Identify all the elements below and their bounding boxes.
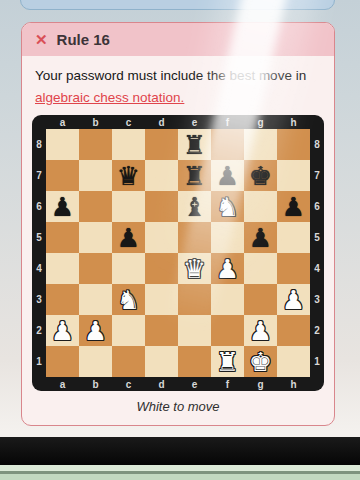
square-c1 — [112, 346, 145, 377]
square-d7 — [145, 160, 178, 191]
square-d5 — [145, 222, 178, 253]
rank-label-3: 3 — [310, 284, 324, 315]
laptop-edge-lower — [0, 474, 360, 480]
square-g2: ♟ — [244, 315, 277, 346]
file-label-f: f — [211, 115, 244, 129]
piece-black-king-g7: ♚ — [249, 163, 272, 189]
file-label-b: b — [79, 377, 112, 391]
square-g6 — [244, 191, 277, 222]
square-a5 — [46, 222, 79, 253]
square-h1 — [277, 346, 310, 377]
square-a7 — [46, 160, 79, 191]
piece-white-pawn-a2: ♟ — [51, 318, 74, 344]
square-h7 — [277, 160, 310, 191]
square-g4 — [244, 253, 277, 284]
rank-label-3: 3 — [32, 284, 46, 315]
previous-rule-card — [20, 0, 335, 10]
square-f5 — [211, 222, 244, 253]
board-border-corner — [32, 377, 46, 391]
rank-label-8: 8 — [310, 129, 324, 160]
rank-label-7: 7 — [310, 160, 324, 191]
board-border-corner — [310, 115, 324, 129]
square-e8: ♜ — [178, 129, 211, 160]
square-e2 — [178, 315, 211, 346]
file-label-c: c — [112, 377, 145, 391]
side-to-move-caption: White to move — [32, 399, 324, 414]
square-f1: ♜ — [211, 346, 244, 377]
square-b4 — [79, 253, 112, 284]
file-label-b: b — [79, 115, 112, 129]
square-d8 — [145, 129, 178, 160]
square-e5 — [178, 222, 211, 253]
rank-label-4: 4 — [310, 253, 324, 284]
piece-white-knight-f6: ♞ — [216, 194, 239, 220]
algebraic-chess-notation-link[interactable]: algebraic chess notation. — [35, 90, 184, 105]
piece-black-rook-e8: ♜ — [183, 132, 206, 158]
square-g7: ♚ — [244, 160, 277, 191]
rank-label-5: 5 — [32, 222, 46, 253]
square-b6 — [79, 191, 112, 222]
square-b3 — [79, 284, 112, 315]
square-h8 — [277, 129, 310, 160]
square-d6 — [145, 191, 178, 222]
piece-white-pawn-g2: ♟ — [249, 318, 272, 344]
file-label-a: a — [46, 115, 79, 129]
rank-label-1: 1 — [310, 346, 324, 377]
rank-label-8: 8 — [32, 129, 46, 160]
square-a4 — [46, 253, 79, 284]
file-label-e: e — [178, 115, 211, 129]
square-h6: ♟ — [277, 191, 310, 222]
square-c5: ♟ — [112, 222, 145, 253]
file-label-d: d — [145, 377, 178, 391]
square-b5 — [79, 222, 112, 253]
square-f2 — [211, 315, 244, 346]
square-e1 — [178, 346, 211, 377]
square-b7 — [79, 160, 112, 191]
file-label-h: h — [277, 115, 310, 129]
board-border-corner — [32, 115, 46, 129]
square-e6: ♝ — [178, 191, 211, 222]
square-b1 — [79, 346, 112, 377]
file-label-a: a — [46, 377, 79, 391]
square-g1: ♚ — [244, 346, 277, 377]
piece-white-king-g1: ♚ — [249, 349, 272, 375]
piece-white-pawn-f4: ♟ — [216, 256, 239, 282]
square-f4: ♟ — [211, 253, 244, 284]
square-h5 — [277, 222, 310, 253]
square-d2 — [145, 315, 178, 346]
square-e4: ♛ — [178, 253, 211, 284]
rule-title: Rule 16 — [57, 31, 110, 48]
piece-black-pawn-g5: ♟ — [249, 225, 272, 251]
piece-white-knight-c3: ♞ — [117, 287, 140, 313]
piece-black-pawn-f7: ♟ — [216, 163, 239, 189]
square-h4 — [277, 253, 310, 284]
rule-failed-x-icon: ✕ — [35, 32, 48, 47]
rule-text: Your password must include the best move… — [35, 65, 321, 108]
square-c2 — [112, 315, 145, 346]
piece-black-rook-e7: ♜ — [183, 163, 206, 189]
square-g8 — [244, 129, 277, 160]
file-label-h: h — [277, 377, 310, 391]
rank-label-2: 2 — [310, 315, 324, 346]
rank-label-2: 2 — [32, 315, 46, 346]
square-c7: ♛ — [112, 160, 145, 191]
square-f3 — [211, 284, 244, 315]
rank-label-5: 5 — [310, 222, 324, 253]
square-d4 — [145, 253, 178, 284]
square-h2 — [277, 315, 310, 346]
piece-black-pawn-c5: ♟ — [117, 225, 140, 251]
square-f7: ♟ — [211, 160, 244, 191]
square-c3: ♞ — [112, 284, 145, 315]
rank-label-6: 6 — [310, 191, 324, 222]
square-c4 — [112, 253, 145, 284]
piece-white-pawn-b2: ♟ — [84, 318, 107, 344]
square-a8 — [46, 129, 79, 160]
square-d3 — [145, 284, 178, 315]
square-c8 — [112, 129, 145, 160]
square-b2: ♟ — [79, 315, 112, 346]
square-h3: ♟ — [277, 284, 310, 315]
square-a2: ♟ — [46, 315, 79, 346]
piece-white-pawn-h3: ♟ — [282, 287, 305, 313]
password-game-page: ✕ Rule 16 Your password must include the… — [0, 0, 360, 480]
rank-label-6: 6 — [32, 191, 46, 222]
piece-white-queen-e4: ♛ — [183, 256, 206, 282]
rule-body: Your password must include the best move… — [22, 56, 334, 414]
piece-black-pawn-a6: ♟ — [51, 194, 74, 220]
piece-white-rook-f1: ♜ — [216, 349, 239, 375]
square-a3 — [46, 284, 79, 315]
rank-label-1: 1 — [32, 346, 46, 377]
rank-label-4: 4 — [32, 253, 46, 284]
rule-header: ✕ Rule 16 — [22, 23, 334, 56]
file-label-e: e — [178, 377, 211, 391]
file-label-d: d — [145, 115, 178, 129]
square-d1 — [145, 346, 178, 377]
square-g5: ♟ — [244, 222, 277, 253]
square-e3 — [178, 284, 211, 315]
square-f8 — [211, 129, 244, 160]
rule-card: ✕ Rule 16 Your password must include the… — [21, 22, 335, 426]
piece-black-pawn-h6: ♟ — [282, 194, 305, 220]
board-border-corner — [310, 377, 324, 391]
file-label-g: g — [244, 377, 277, 391]
square-g3 — [244, 284, 277, 315]
file-label-c: c — [112, 115, 145, 129]
square-b8 — [79, 129, 112, 160]
square-a6: ♟ — [46, 191, 79, 222]
rule-text-plain: Your password must include the best move… — [35, 68, 306, 83]
screen-bezel — [0, 437, 360, 465]
chess-board: abcdefgh8♜87♛♜♟♚76♟♝♞♟65♟♟54♛♟43♞♟32♟♟♟2… — [32, 115, 324, 391]
square-c6 — [112, 191, 145, 222]
rank-label-7: 7 — [32, 160, 46, 191]
piece-black-queen-c7: ♛ — [117, 163, 140, 189]
piece-black-bishop-e6: ♝ — [183, 194, 206, 220]
square-f6: ♞ — [211, 191, 244, 222]
file-label-f: f — [211, 377, 244, 391]
file-label-g: g — [244, 115, 277, 129]
square-e7: ♜ — [178, 160, 211, 191]
square-a1 — [46, 346, 79, 377]
